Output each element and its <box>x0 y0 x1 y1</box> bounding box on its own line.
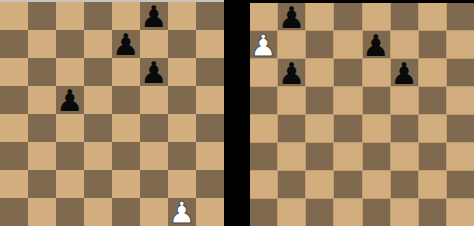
square[interactable] <box>28 58 56 86</box>
square[interactable] <box>0 114 28 142</box>
square[interactable]: ♟ <box>56 86 84 114</box>
square[interactable] <box>250 199 277 226</box>
square[interactable] <box>306 59 333 86</box>
square[interactable] <box>0 58 28 86</box>
square[interactable] <box>168 30 196 58</box>
square[interactable] <box>447 199 474 226</box>
square[interactable] <box>56 2 84 30</box>
square[interactable] <box>196 142 224 170</box>
square[interactable] <box>56 30 84 58</box>
white-pawn: ♟ <box>169 198 196 226</box>
square[interactable] <box>363 143 390 170</box>
square[interactable] <box>168 58 196 86</box>
square[interactable] <box>0 170 28 198</box>
square[interactable] <box>419 3 446 30</box>
black-pawn: ♟ <box>391 59 418 86</box>
square[interactable] <box>140 114 168 142</box>
square[interactable] <box>168 170 196 198</box>
square[interactable] <box>306 171 333 198</box>
square[interactable] <box>447 3 474 30</box>
square[interactable] <box>112 86 140 114</box>
square[interactable] <box>112 2 140 30</box>
square[interactable] <box>140 30 168 58</box>
square[interactable] <box>334 171 361 198</box>
square[interactable] <box>306 87 333 114</box>
square[interactable] <box>140 170 168 198</box>
black-pawn: ♟ <box>278 59 305 86</box>
square[interactable] <box>112 142 140 170</box>
square[interactable] <box>447 171 474 198</box>
square[interactable] <box>0 142 28 170</box>
square[interactable] <box>419 115 446 142</box>
square[interactable]: ♟ <box>140 2 168 30</box>
black-pawn: ♟ <box>141 58 168 86</box>
square[interactable] <box>0 30 28 58</box>
square[interactable] <box>56 170 84 198</box>
square[interactable] <box>0 198 28 226</box>
black-pawn: ♟ <box>57 86 84 114</box>
square[interactable] <box>250 171 277 198</box>
square[interactable] <box>250 59 277 86</box>
square[interactable] <box>363 199 390 226</box>
black-pawn: ♟ <box>141 2 168 30</box>
square[interactable] <box>363 171 390 198</box>
square[interactable] <box>391 115 418 142</box>
square[interactable] <box>447 115 474 142</box>
square[interactable] <box>278 171 305 198</box>
square[interactable] <box>391 87 418 114</box>
square[interactable] <box>56 198 84 226</box>
square[interactable] <box>84 58 112 86</box>
square[interactable] <box>196 170 224 198</box>
square[interactable] <box>56 58 84 86</box>
square[interactable] <box>196 198 224 226</box>
square[interactable] <box>84 198 112 226</box>
square[interactable] <box>112 114 140 142</box>
square[interactable] <box>334 143 361 170</box>
square[interactable] <box>168 2 196 30</box>
square[interactable] <box>0 86 28 114</box>
square[interactable] <box>196 2 224 30</box>
square[interactable] <box>363 59 390 86</box>
square[interactable] <box>391 31 418 58</box>
square[interactable] <box>447 59 474 86</box>
square[interactable] <box>334 199 361 226</box>
right-board: ♟♟♟♟♟ <box>250 0 474 226</box>
square[interactable] <box>419 171 446 198</box>
square[interactable] <box>28 2 56 30</box>
square[interactable] <box>391 171 418 198</box>
square[interactable] <box>391 199 418 226</box>
square[interactable] <box>306 31 333 58</box>
square[interactable] <box>334 87 361 114</box>
square[interactable] <box>84 30 112 58</box>
square[interactable] <box>250 143 277 170</box>
square[interactable] <box>250 87 277 114</box>
square[interactable] <box>84 2 112 30</box>
square[interactable] <box>278 199 305 226</box>
square[interactable]: ♟ <box>112 30 140 58</box>
square[interactable]: ♟ <box>278 59 305 86</box>
square[interactable] <box>419 143 446 170</box>
left-board-grid: ♟♟♟♟♟ <box>0 2 224 226</box>
right-board-grid: ♟♟♟♟♟ <box>250 3 474 226</box>
square[interactable] <box>84 142 112 170</box>
square[interactable] <box>363 115 390 142</box>
square[interactable] <box>334 3 361 30</box>
square[interactable] <box>447 143 474 170</box>
square[interactable] <box>168 86 196 114</box>
square[interactable] <box>250 115 277 142</box>
square[interactable] <box>334 59 361 86</box>
left-board: ♟♟♟♟♟ <box>0 0 224 226</box>
square[interactable]: ♟ <box>278 3 305 30</box>
square[interactable] <box>306 199 333 226</box>
square[interactable]: ♟ <box>250 31 277 58</box>
square[interactable] <box>168 114 196 142</box>
square[interactable] <box>419 59 446 86</box>
square[interactable]: ♟ <box>168 198 196 226</box>
black-pawn: ♟ <box>113 30 140 58</box>
square[interactable] <box>278 87 305 114</box>
black-pawn: ♟ <box>278 3 305 30</box>
square[interactable] <box>278 115 305 142</box>
square[interactable] <box>196 58 224 86</box>
square[interactable] <box>112 170 140 198</box>
square[interactable] <box>28 86 56 114</box>
square[interactable] <box>196 86 224 114</box>
square[interactable] <box>278 143 305 170</box>
two-board-diagram: ♟♟♟♟♟ ♟♟♟♟♟ <box>0 0 474 226</box>
square[interactable] <box>0 2 28 30</box>
square[interactable] <box>419 31 446 58</box>
square[interactable] <box>56 114 84 142</box>
square[interactable] <box>391 3 418 30</box>
square[interactable]: ♟ <box>363 31 390 58</box>
square[interactable]: ♟ <box>140 58 168 86</box>
square[interactable] <box>140 86 168 114</box>
square[interactable] <box>28 198 56 226</box>
square[interactable] <box>84 86 112 114</box>
square[interactable] <box>306 3 333 30</box>
square[interactable] <box>196 30 224 58</box>
square[interactable] <box>250 3 277 30</box>
square[interactable] <box>28 170 56 198</box>
square[interactable] <box>56 142 84 170</box>
square[interactable] <box>112 58 140 86</box>
square[interactable] <box>112 198 140 226</box>
square[interactable] <box>196 114 224 142</box>
square[interactable] <box>447 31 474 58</box>
square[interactable] <box>28 30 56 58</box>
square[interactable] <box>419 87 446 114</box>
square[interactable] <box>334 115 361 142</box>
square[interactable] <box>419 199 446 226</box>
square[interactable] <box>140 198 168 226</box>
square[interactable] <box>168 142 196 170</box>
square[interactable] <box>28 114 56 142</box>
square[interactable] <box>334 31 361 58</box>
square[interactable] <box>306 143 333 170</box>
square[interactable] <box>140 142 168 170</box>
square[interactable] <box>306 115 333 142</box>
white-pawn: ♟ <box>250 31 277 58</box>
square[interactable] <box>391 143 418 170</box>
square[interactable] <box>363 87 390 114</box>
square[interactable] <box>363 3 390 30</box>
square[interactable] <box>84 114 112 142</box>
black-pawn: ♟ <box>363 31 390 58</box>
square[interactable] <box>84 170 112 198</box>
square[interactable] <box>28 142 56 170</box>
square[interactable] <box>278 31 305 58</box>
square[interactable] <box>447 87 474 114</box>
square[interactable]: ♟ <box>391 59 418 86</box>
